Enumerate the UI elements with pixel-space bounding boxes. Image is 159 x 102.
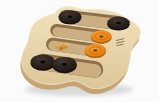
treat-shading xyxy=(67,44,68,45)
treat-4 xyxy=(65,43,69,46)
treat-3 xyxy=(58,47,63,50)
disc-orange-upper xyxy=(91,30,112,44)
treat-shading xyxy=(65,47,67,48)
disc-black-bottom-left xyxy=(31,54,55,70)
disc-black-top-left xyxy=(59,10,82,24)
treat-5 xyxy=(55,46,58,48)
puzzle-board-image xyxy=(0,0,159,102)
treat-shading xyxy=(59,45,61,46)
disc-orange-lower xyxy=(85,44,106,58)
treat-shading xyxy=(61,49,63,50)
product-photo xyxy=(0,0,159,102)
disc-black-top-right xyxy=(107,17,129,31)
treat-shading xyxy=(56,48,57,49)
disc-black-bottom-mid xyxy=(52,57,76,73)
